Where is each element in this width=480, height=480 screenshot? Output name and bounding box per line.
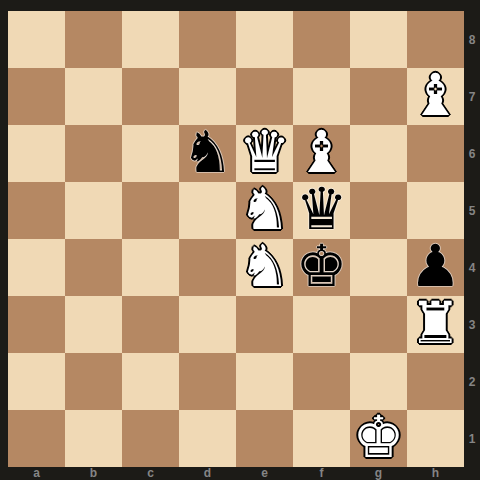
square-f7[interactable] bbox=[293, 68, 350, 125]
piece-black-king-f4[interactable]: ♚ bbox=[296, 238, 348, 295]
square-g3[interactable] bbox=[350, 296, 407, 353]
square-h7[interactable]: ♝ bbox=[407, 68, 464, 125]
square-h8[interactable] bbox=[407, 11, 464, 68]
rank-label-2: 2 bbox=[464, 353, 480, 410]
file-label-d: d bbox=[179, 466, 236, 480]
square-e7[interactable] bbox=[236, 68, 293, 125]
square-h2[interactable] bbox=[407, 353, 464, 410]
square-g5[interactable] bbox=[350, 182, 407, 239]
square-b7[interactable] bbox=[65, 68, 122, 125]
square-c4[interactable] bbox=[122, 239, 179, 296]
square-b8[interactable] bbox=[65, 11, 122, 68]
piece-white-king-g1[interactable]: ♚ bbox=[353, 409, 405, 466]
square-f2[interactable] bbox=[293, 353, 350, 410]
square-a5[interactable] bbox=[8, 182, 65, 239]
square-g6[interactable] bbox=[350, 125, 407, 182]
square-a2[interactable] bbox=[8, 353, 65, 410]
square-f6[interactable]: ♝ bbox=[293, 125, 350, 182]
square-a6[interactable] bbox=[8, 125, 65, 182]
square-f8[interactable] bbox=[293, 11, 350, 68]
chess-board: ♝♞♛♝♞♛♞♚♟♜♚ bbox=[8, 11, 464, 467]
square-b2[interactable] bbox=[65, 353, 122, 410]
square-h1[interactable] bbox=[407, 410, 464, 467]
square-d1[interactable] bbox=[179, 410, 236, 467]
square-c2[interactable] bbox=[122, 353, 179, 410]
piece-white-knight-e5[interactable]: ♞ bbox=[239, 181, 291, 238]
square-h3[interactable]: ♜ bbox=[407, 296, 464, 353]
rank-coordinates: 87654321 bbox=[464, 11, 480, 467]
square-f1[interactable] bbox=[293, 410, 350, 467]
square-d4[interactable] bbox=[179, 239, 236, 296]
square-c1[interactable] bbox=[122, 410, 179, 467]
file-label-a: a bbox=[8, 466, 65, 480]
square-e6[interactable]: ♛ bbox=[236, 125, 293, 182]
square-c8[interactable] bbox=[122, 11, 179, 68]
square-a1[interactable] bbox=[8, 410, 65, 467]
rank-label-7: 7 bbox=[464, 68, 480, 125]
square-f3[interactable] bbox=[293, 296, 350, 353]
square-c6[interactable] bbox=[122, 125, 179, 182]
file-label-f: f bbox=[293, 466, 350, 480]
rank-label-8: 8 bbox=[464, 11, 480, 68]
piece-black-knight-d6[interactable]: ♞ bbox=[182, 124, 234, 181]
piece-white-bishop-h7[interactable]: ♝ bbox=[410, 67, 462, 124]
piece-white-knight-e4[interactable]: ♞ bbox=[239, 238, 291, 295]
square-c3[interactable] bbox=[122, 296, 179, 353]
square-a7[interactable] bbox=[8, 68, 65, 125]
square-b4[interactable] bbox=[65, 239, 122, 296]
square-h4[interactable]: ♟ bbox=[407, 239, 464, 296]
square-g4[interactable] bbox=[350, 239, 407, 296]
square-e4[interactable]: ♞ bbox=[236, 239, 293, 296]
square-b5[interactable] bbox=[65, 182, 122, 239]
rank-label-1: 1 bbox=[464, 410, 480, 467]
square-b3[interactable] bbox=[65, 296, 122, 353]
square-h6[interactable] bbox=[407, 125, 464, 182]
square-g7[interactable] bbox=[350, 68, 407, 125]
square-g1[interactable]: ♚ bbox=[350, 410, 407, 467]
square-h5[interactable] bbox=[407, 182, 464, 239]
square-f5[interactable]: ♛ bbox=[293, 182, 350, 239]
square-d6[interactable]: ♞ bbox=[179, 125, 236, 182]
square-e3[interactable] bbox=[236, 296, 293, 353]
square-c7[interactable] bbox=[122, 68, 179, 125]
square-a8[interactable] bbox=[8, 11, 65, 68]
piece-black-queen-f5[interactable]: ♛ bbox=[296, 181, 348, 238]
rank-label-3: 3 bbox=[464, 296, 480, 353]
square-d3[interactable] bbox=[179, 296, 236, 353]
square-e5[interactable]: ♞ bbox=[236, 182, 293, 239]
piece-white-bishop-f6[interactable]: ♝ bbox=[296, 124, 348, 181]
file-coordinates: abcdefgh bbox=[8, 466, 464, 480]
rank-label-4: 4 bbox=[464, 239, 480, 296]
square-g8[interactable] bbox=[350, 11, 407, 68]
file-label-b: b bbox=[65, 466, 122, 480]
square-a3[interactable] bbox=[8, 296, 65, 353]
square-d5[interactable] bbox=[179, 182, 236, 239]
square-g2[interactable] bbox=[350, 353, 407, 410]
rank-label-6: 6 bbox=[464, 125, 480, 182]
square-b1[interactable] bbox=[65, 410, 122, 467]
square-f4[interactable]: ♚ bbox=[293, 239, 350, 296]
file-label-g: g bbox=[350, 466, 407, 480]
square-e8[interactable] bbox=[236, 11, 293, 68]
square-c5[interactable] bbox=[122, 182, 179, 239]
rank-label-5: 5 bbox=[464, 182, 480, 239]
square-d8[interactable] bbox=[179, 11, 236, 68]
chess-app: ♝♞♛♝♞♛♞♚♟♜♚ 87654321 abcdefgh bbox=[0, 0, 480, 480]
file-label-c: c bbox=[122, 466, 179, 480]
square-a4[interactable] bbox=[8, 239, 65, 296]
square-d2[interactable] bbox=[179, 353, 236, 410]
square-e2[interactable] bbox=[236, 353, 293, 410]
file-label-h: h bbox=[407, 466, 464, 480]
piece-black-pawn-h4[interactable]: ♟ bbox=[410, 238, 462, 295]
square-d7[interactable] bbox=[179, 68, 236, 125]
file-label-e: e bbox=[236, 466, 293, 480]
square-e1[interactable] bbox=[236, 410, 293, 467]
piece-white-queen-e6[interactable]: ♛ bbox=[239, 124, 291, 181]
square-b6[interactable] bbox=[65, 125, 122, 182]
piece-white-rook-h3[interactable]: ♜ bbox=[410, 295, 462, 352]
